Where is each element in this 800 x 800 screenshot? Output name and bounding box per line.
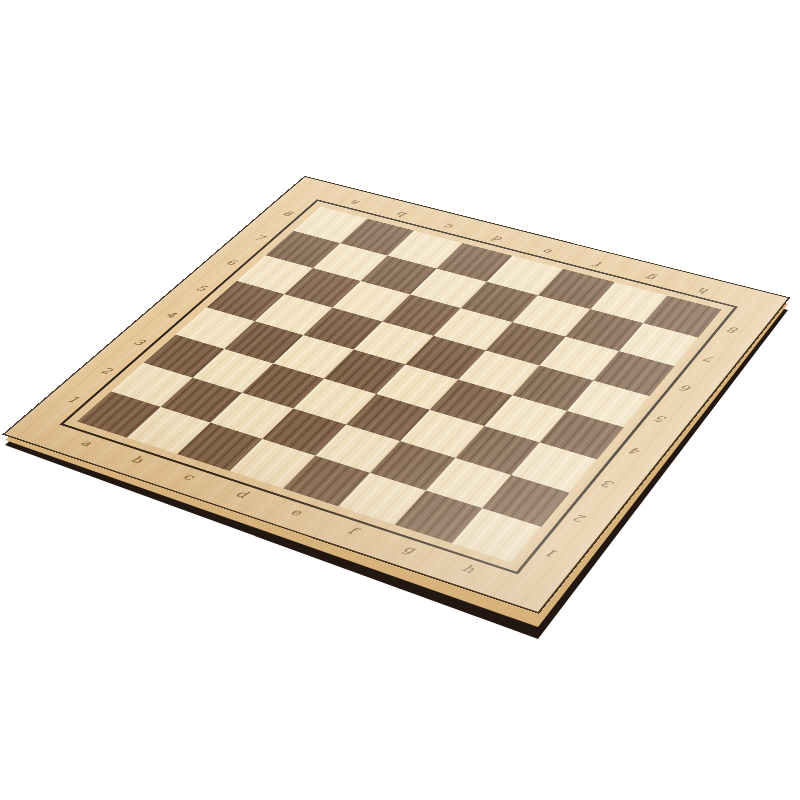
rank-label-right-3: 3 (601, 478, 617, 489)
file-label-top-h: h (697, 287, 711, 296)
file-label-top-e: e (542, 247, 555, 255)
rank-label-left-5: 5 (194, 284, 209, 292)
file-label-top-d: d (491, 235, 505, 243)
rank-label-left-4: 4 (164, 311, 179, 320)
file-label-bottom-c: c (181, 471, 196, 481)
file-label-top-g: g (644, 273, 658, 281)
file-label-bottom-g: g (401, 543, 418, 555)
rank-label-right-5: 5 (654, 414, 669, 424)
file-label-bottom-h: h (460, 563, 477, 575)
rank-label-right-4: 4 (628, 445, 643, 455)
file-label-bottom-e: e (288, 506, 304, 517)
rank-label-left-7: 7 (253, 234, 267, 242)
rank-label-right-7: 7 (703, 354, 717, 363)
file-label-top-a: a (349, 199, 362, 206)
rank-label-right-6: 6 (679, 383, 694, 393)
file-label-top-b: b (395, 210, 409, 218)
file-label-bottom-d: d (234, 489, 250, 500)
product-photo-stage: aa11bb22cc33dd44ee55ff66gg77hh88 (0, 0, 800, 800)
rank-label-left-8: 8 (281, 210, 295, 218)
rank-label-right-2: 2 (573, 512, 589, 523)
rank-label-left-1: 1 (65, 395, 81, 405)
rank-label-left-2: 2 (99, 366, 114, 375)
file-label-top-f: f (594, 260, 604, 267)
rank-label-right-1: 1 (544, 547, 560, 559)
file-label-top-c: c (443, 223, 456, 231)
rank-label-right-8: 8 (727, 325, 741, 334)
file-label-bottom-a: a (79, 438, 95, 448)
rank-label-left-3: 3 (132, 338, 147, 347)
file-label-bottom-b: b (129, 454, 145, 464)
rank-label-left-6: 6 (224, 259, 238, 267)
file-label-bottom-f: f (346, 525, 359, 535)
